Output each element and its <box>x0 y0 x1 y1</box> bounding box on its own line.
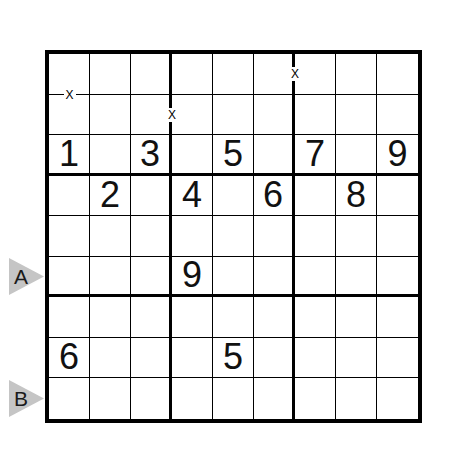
cell-r9c3[interactable] <box>131 378 172 419</box>
given-digit: 5 <box>223 136 243 172</box>
answer-arrow-b-label: B <box>9 388 28 409</box>
cell-r9c2[interactable] <box>90 378 131 419</box>
cell-r4c1[interactable] <box>49 176 90 217</box>
cell-r6c9[interactable] <box>377 257 418 298</box>
cell-r7c7[interactable] <box>295 297 336 338</box>
cell-r7c8[interactable] <box>336 297 377 338</box>
cell-r5c3[interactable] <box>131 216 172 257</box>
cell-r6c2[interactable] <box>90 257 131 298</box>
board: 135792468965XXX <box>45 50 422 423</box>
puzzle-page: 135792468965XXX A B <box>0 0 472 468</box>
cell-r1c4[interactable] <box>172 54 213 95</box>
cell-r3c1[interactable]: 1 <box>49 135 90 176</box>
cell-r2c2[interactable] <box>90 95 131 136</box>
cell-r4c8[interactable]: 8 <box>336 176 377 217</box>
cell-r6c6[interactable] <box>254 257 295 298</box>
cell-r5c4[interactable] <box>172 216 213 257</box>
cell-r1c8[interactable] <box>336 54 377 95</box>
cell-r3c3[interactable]: 3 <box>131 135 172 176</box>
cell-r1c9[interactable] <box>377 54 418 95</box>
cell-r6c8[interactable] <box>336 257 377 298</box>
cell-r3c8[interactable] <box>336 135 377 176</box>
answer-arrow-a-label: A <box>9 266 28 287</box>
cell-r4c2[interactable]: 2 <box>90 176 131 217</box>
cell-r7c3[interactable] <box>131 297 172 338</box>
cell-r3c9[interactable]: 9 <box>377 135 418 176</box>
cell-r4c9[interactable] <box>377 176 418 217</box>
given-digit: 9 <box>182 257 202 293</box>
cell-r8c4[interactable] <box>172 338 213 379</box>
cell-r9c1[interactable] <box>49 378 90 419</box>
cell-r2c9[interactable] <box>377 95 418 136</box>
cell-r5c5[interactable] <box>213 216 254 257</box>
cell-r6c4[interactable]: 9 <box>172 257 213 298</box>
cell-r5c6[interactable] <box>254 216 295 257</box>
given-digit: 9 <box>387 136 407 172</box>
cell-r8c7[interactable] <box>295 338 336 379</box>
cell-r4c4[interactable]: 4 <box>172 176 213 217</box>
cell-r3c5[interactable]: 5 <box>213 135 254 176</box>
cell-r8c8[interactable] <box>336 338 377 379</box>
cell-r3c2[interactable] <box>90 135 131 176</box>
cell-r9c8[interactable] <box>336 378 377 419</box>
given-digit: 6 <box>59 339 79 375</box>
given-digit: 4 <box>182 177 202 213</box>
cell-r8c6[interactable] <box>254 338 295 379</box>
x-mark-1: X <box>63 88 75 102</box>
cell-r5c2[interactable] <box>90 216 131 257</box>
cell-r9c5[interactable] <box>213 378 254 419</box>
cell-r8c2[interactable] <box>90 338 131 379</box>
cell-r2c7[interactable] <box>295 95 336 136</box>
given-digit: 6 <box>263 177 283 213</box>
given-digit: 5 <box>223 339 243 375</box>
cell-r4c6[interactable]: 6 <box>254 176 295 217</box>
cell-r1c2[interactable] <box>90 54 131 95</box>
cell-r2c6[interactable] <box>254 95 295 136</box>
answer-arrow-a: A <box>9 258 44 295</box>
cell-r7c4[interactable] <box>172 297 213 338</box>
given-digit: 8 <box>346 177 366 213</box>
cell-r2c8[interactable] <box>336 95 377 136</box>
cell-r2c5[interactable] <box>213 95 254 136</box>
cell-r3c7[interactable]: 7 <box>295 135 336 176</box>
cell-r5c8[interactable] <box>336 216 377 257</box>
cell-r9c9[interactable] <box>377 378 418 419</box>
cell-r6c7[interactable] <box>295 257 336 298</box>
cell-r7c9[interactable] <box>377 297 418 338</box>
cell-r9c4[interactable] <box>172 378 213 419</box>
cell-r7c2[interactable] <box>90 297 131 338</box>
given-digit: 3 <box>140 136 160 172</box>
cell-r4c7[interactable] <box>295 176 336 217</box>
x-mark-3: X <box>289 67 301 81</box>
cell-r4c5[interactable] <box>213 176 254 217</box>
cell-r1c7[interactable] <box>295 54 336 95</box>
cell-r5c1[interactable] <box>49 216 90 257</box>
cell-r5c7[interactable] <box>295 216 336 257</box>
cell-r8c9[interactable] <box>377 338 418 379</box>
cell-r9c6[interactable] <box>254 378 295 419</box>
cell-r8c3[interactable] <box>131 338 172 379</box>
cell-r1c5[interactable] <box>213 54 254 95</box>
x-mark-2: X <box>166 108 178 122</box>
given-digit: 1 <box>59 136 79 172</box>
given-digit: 2 <box>100 177 120 213</box>
cell-r7c5[interactable] <box>213 297 254 338</box>
cell-r9c7[interactable] <box>295 378 336 419</box>
given-digit: 7 <box>305 136 325 172</box>
cell-r6c1[interactable] <box>49 257 90 298</box>
cell-r3c4[interactable] <box>172 135 213 176</box>
cell-r8c5[interactable]: 5 <box>213 338 254 379</box>
cell-r6c5[interactable] <box>213 257 254 298</box>
cell-r8c1[interactable]: 6 <box>49 338 90 379</box>
cell-r2c4[interactable] <box>172 95 213 136</box>
answer-arrow-b: B <box>9 380 44 417</box>
cell-r1c3[interactable] <box>131 54 172 95</box>
cell-r7c1[interactable] <box>49 297 90 338</box>
cell-r5c9[interactable] <box>377 216 418 257</box>
cell-r3c6[interactable] <box>254 135 295 176</box>
cell-r4c3[interactable] <box>131 176 172 217</box>
cell-r6c3[interactable] <box>131 257 172 298</box>
cell-r7c6[interactable] <box>254 297 295 338</box>
